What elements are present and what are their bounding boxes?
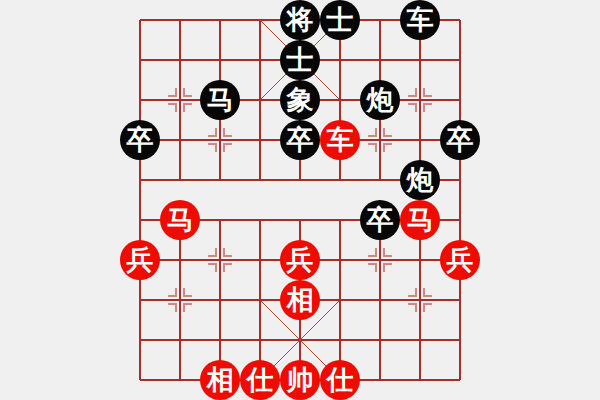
pieces-layer: 将士车士马象炮卒卒车卒炮马卒马兵兵兵相相仕帅仕 [120, 0, 480, 400]
piece-red-general[interactable]: 帅 [280, 360, 320, 400]
piece-black-general[interactable]: 将 [280, 0, 320, 40]
piece-black-cannon[interactable]: 炮 [360, 80, 400, 120]
piece-black-soldier[interactable]: 卒 [440, 120, 480, 160]
piece-red-elephant[interactable]: 相 [280, 280, 320, 320]
piece-black-chariot[interactable]: 车 [400, 0, 440, 40]
xiangqi-board: 将士车士马象炮卒卒车卒炮马卒马兵兵兵相相仕帅仕 [0, 0, 600, 400]
piece-black-advisor[interactable]: 士 [280, 40, 320, 80]
piece-black-advisor[interactable]: 士 [320, 0, 360, 40]
piece-red-advisor[interactable]: 仕 [240, 360, 280, 400]
piece-red-horse[interactable]: 马 [160, 200, 200, 240]
piece-black-soldier[interactable]: 卒 [280, 120, 320, 160]
piece-red-soldier[interactable]: 兵 [440, 240, 480, 280]
piece-black-horse[interactable]: 马 [200, 80, 240, 120]
piece-red-elephant[interactable]: 相 [200, 360, 240, 400]
piece-red-horse[interactable]: 马 [400, 200, 440, 240]
piece-red-soldier[interactable]: 兵 [120, 240, 160, 280]
piece-black-soldier[interactable]: 卒 [120, 120, 160, 160]
piece-black-elephant[interactable]: 象 [280, 80, 320, 120]
piece-red-chariot[interactable]: 车 [320, 120, 360, 160]
piece-red-advisor[interactable]: 仕 [320, 360, 360, 400]
piece-black-soldier[interactable]: 卒 [360, 200, 400, 240]
piece-red-soldier[interactable]: 兵 [280, 240, 320, 280]
piece-black-cannon[interactable]: 炮 [400, 160, 440, 200]
